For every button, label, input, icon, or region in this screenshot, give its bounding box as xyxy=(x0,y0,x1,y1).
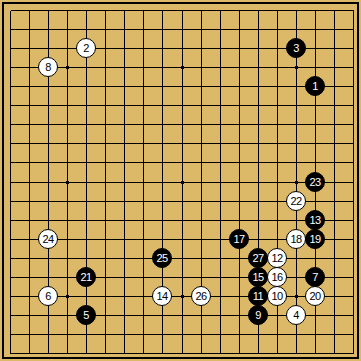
stone-3[interactable]: 3 xyxy=(286,38,306,58)
stone-12[interactable]: 12 xyxy=(267,248,287,268)
stone-15[interactable]: 15 xyxy=(248,267,268,287)
star-point xyxy=(295,66,298,69)
star-point xyxy=(66,66,69,69)
stone-20[interactable]: 20 xyxy=(305,286,325,306)
stone-2[interactable]: 2 xyxy=(76,38,96,58)
stone-4[interactable]: 4 xyxy=(286,305,306,325)
stone-19[interactable]: 19 xyxy=(305,229,325,249)
stone-5[interactable]: 5 xyxy=(76,305,96,325)
stone-11[interactable]: 11 xyxy=(248,286,268,306)
stone-10[interactable]: 10 xyxy=(267,286,287,306)
stone-14[interactable]: 14 xyxy=(152,286,172,306)
star-point xyxy=(181,181,184,184)
stone-21[interactable]: 21 xyxy=(76,267,96,287)
stone-16[interactable]: 16 xyxy=(267,267,287,287)
stone-23[interactable]: 23 xyxy=(305,172,325,192)
go-board[interactable]: 1234567891011121314151617181920212223242… xyxy=(0,0,361,361)
stone-17[interactable]: 17 xyxy=(229,229,249,249)
star-point xyxy=(181,66,184,69)
stone-1[interactable]: 1 xyxy=(305,76,325,96)
star-point xyxy=(295,181,298,184)
stone-8[interactable]: 8 xyxy=(38,57,58,77)
stone-9[interactable]: 9 xyxy=(248,305,268,325)
stone-6[interactable]: 6 xyxy=(38,286,58,306)
star-point xyxy=(66,181,69,184)
star-point xyxy=(66,295,69,298)
stone-26[interactable]: 26 xyxy=(191,286,211,306)
stone-18[interactable]: 18 xyxy=(286,229,306,249)
stone-25[interactable]: 25 xyxy=(152,248,172,268)
stone-27[interactable]: 27 xyxy=(248,248,268,268)
stone-7[interactable]: 7 xyxy=(305,267,325,287)
stone-13[interactable]: 13 xyxy=(305,210,325,230)
stone-24[interactable]: 24 xyxy=(38,229,58,249)
star-point xyxy=(295,295,298,298)
star-point xyxy=(181,295,184,298)
stone-22[interactable]: 22 xyxy=(286,191,306,211)
